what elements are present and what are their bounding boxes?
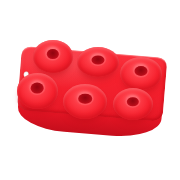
donut-cavity-5 [63,84,107,119]
donut-cavities [0,0,180,180]
donut-hole [134,66,147,76]
donut-cavity-3 [120,57,162,90]
donut-hole [31,83,44,94]
donut-hole [78,93,92,104]
donut-cavity-2 [77,47,119,77]
donut-cavity-1 [33,40,73,73]
donut-cavity-6 [113,88,153,120]
donut-cavity-4 [17,73,58,109]
donut-hole [91,55,104,64]
product-photo [0,0,180,180]
donut-hole [47,49,59,59]
donut-hole [127,97,139,107]
